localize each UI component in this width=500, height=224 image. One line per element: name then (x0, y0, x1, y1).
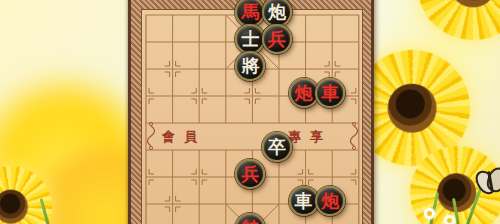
sunflower-image (0, 154, 64, 224)
butterfly-image (475, 163, 500, 201)
piece-black-advisor[interactable]: 士 (235, 24, 265, 54)
piece-black-chariot[interactable]: 車 (289, 186, 319, 216)
river-watermark-left: 會員 (162, 129, 206, 145)
river-watermark-right: 專享 (288, 129, 332, 145)
daisy-image (444, 215, 455, 224)
piece-red-soldier[interactable]: 兵 (262, 24, 292, 54)
piece-red-soldier[interactable]: 兵 (235, 159, 265, 189)
game-screen: 會員 專享 馬炮士兵將炮車卒兵車炮帥 (0, 0, 500, 224)
piece-red-cannon[interactable]: 炮 (289, 78, 319, 108)
piece-red-chariot[interactable]: 車 (315, 78, 345, 108)
piece-black-soldier[interactable]: 卒 (262, 132, 292, 162)
piece-black-general[interactable]: 將 (235, 51, 265, 81)
daisy-image (424, 208, 435, 219)
piece-red-cannon[interactable]: 炮 (315, 186, 345, 216)
